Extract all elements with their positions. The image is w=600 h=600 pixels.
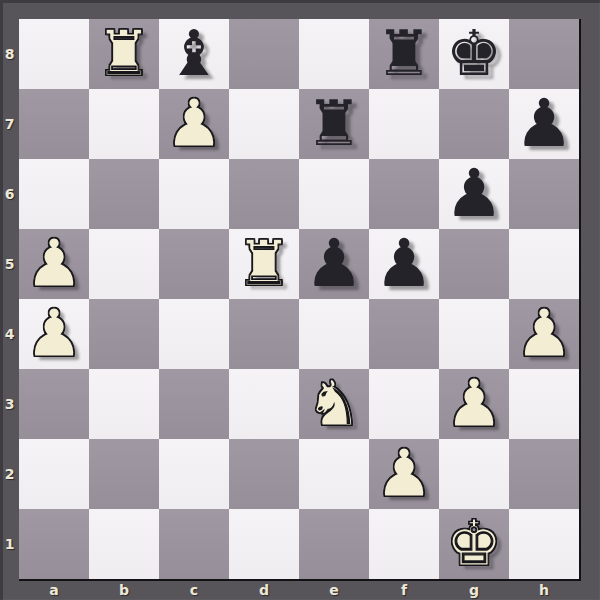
square-f3[interactable] bbox=[369, 369, 439, 439]
file-label-c: c bbox=[159, 579, 229, 600]
square-a6[interactable] bbox=[19, 159, 89, 229]
rank-label-4: 4 bbox=[0, 299, 19, 369]
file-label-a: a bbox=[19, 579, 89, 600]
square-h2[interactable] bbox=[509, 439, 579, 509]
square-a7[interactable] bbox=[19, 89, 89, 159]
square-b5[interactable] bbox=[89, 229, 159, 299]
square-a5[interactable]: ♟ bbox=[19, 229, 89, 299]
square-f4[interactable] bbox=[369, 299, 439, 369]
square-a8[interactable] bbox=[19, 19, 89, 89]
square-h7[interactable]: ♟ bbox=[509, 89, 579, 159]
file-label-f: f bbox=[369, 579, 439, 600]
square-c7[interactable]: ♟ bbox=[159, 89, 229, 159]
square-b3[interactable] bbox=[89, 369, 159, 439]
square-d8[interactable] bbox=[229, 19, 299, 89]
square-f1[interactable] bbox=[369, 509, 439, 579]
black-rook-f8[interactable]: ♜ bbox=[376, 19, 432, 89]
square-h8[interactable] bbox=[509, 19, 579, 89]
file-label-d: d bbox=[229, 579, 299, 600]
file-label-h: h bbox=[509, 579, 579, 600]
white-knight-e3[interactable]: ♞ bbox=[306, 369, 362, 439]
black-pawn-h7[interactable]: ♟ bbox=[514, 89, 573, 159]
square-c6[interactable] bbox=[159, 159, 229, 229]
white-pawn-h4[interactable]: ♟ bbox=[514, 299, 573, 369]
square-f6[interactable] bbox=[369, 159, 439, 229]
square-b2[interactable] bbox=[89, 439, 159, 509]
square-e1[interactable] bbox=[299, 509, 369, 579]
white-pawn-f2[interactable]: ♟ bbox=[374, 439, 433, 509]
square-f5[interactable]: ♟ bbox=[369, 229, 439, 299]
square-e6[interactable] bbox=[299, 159, 369, 229]
square-e5[interactable]: ♟ bbox=[299, 229, 369, 299]
white-pawn-a5[interactable]: ♟ bbox=[24, 229, 83, 299]
white-pawn-a4[interactable]: ♟ bbox=[24, 299, 83, 369]
rank-label-8: 8 bbox=[0, 19, 19, 89]
square-g4[interactable] bbox=[439, 299, 509, 369]
square-c1[interactable] bbox=[159, 509, 229, 579]
square-d4[interactable] bbox=[229, 299, 299, 369]
square-a1[interactable] bbox=[19, 509, 89, 579]
square-d6[interactable] bbox=[229, 159, 299, 229]
square-c2[interactable] bbox=[159, 439, 229, 509]
square-c3[interactable] bbox=[159, 369, 229, 439]
black-bishop-c8[interactable]: ♝ bbox=[166, 19, 222, 89]
rank-label-3: 3 bbox=[0, 369, 19, 439]
square-b8[interactable]: ♜ bbox=[89, 19, 159, 89]
square-g5[interactable] bbox=[439, 229, 509, 299]
rank-label-2: 2 bbox=[0, 439, 19, 509]
white-rook-d5[interactable]: ♜ bbox=[236, 229, 292, 299]
black-pawn-e5[interactable]: ♟ bbox=[304, 229, 363, 299]
square-a3[interactable] bbox=[19, 369, 89, 439]
square-g6[interactable]: ♟ bbox=[439, 159, 509, 229]
square-c5[interactable] bbox=[159, 229, 229, 299]
square-e4[interactable] bbox=[299, 299, 369, 369]
square-a4[interactable]: ♟ bbox=[19, 299, 89, 369]
square-f2[interactable]: ♟ bbox=[369, 439, 439, 509]
chess-board-frame: ♜♝♜♚♟♜♟♟♟♜♟♟♟♟♞♟♟♚ 87654321 abcdefgh bbox=[0, 0, 600, 600]
rank-label-1: 1 bbox=[0, 509, 19, 579]
square-a2[interactable] bbox=[19, 439, 89, 509]
black-rook-e7[interactable]: ♜ bbox=[306, 89, 362, 159]
square-g8[interactable]: ♚ bbox=[439, 19, 509, 89]
square-b6[interactable] bbox=[89, 159, 159, 229]
square-h5[interactable] bbox=[509, 229, 579, 299]
square-h1[interactable] bbox=[509, 509, 579, 579]
file-label-b: b bbox=[89, 579, 159, 600]
square-e7[interactable]: ♜ bbox=[299, 89, 369, 159]
rank-label-7: 7 bbox=[0, 89, 19, 159]
square-f7[interactable] bbox=[369, 89, 439, 159]
square-g3[interactable]: ♟ bbox=[439, 369, 509, 439]
square-g1[interactable]: ♚ bbox=[439, 509, 509, 579]
square-d2[interactable] bbox=[229, 439, 299, 509]
black-pawn-f5[interactable]: ♟ bbox=[374, 229, 433, 299]
square-e8[interactable] bbox=[299, 19, 369, 89]
chess-board: ♜♝♜♚♟♜♟♟♟♜♟♟♟♟♞♟♟♚ bbox=[19, 19, 581, 581]
square-b4[interactable] bbox=[89, 299, 159, 369]
file-label-g: g bbox=[439, 579, 509, 600]
rank-label-6: 6 bbox=[0, 159, 19, 229]
white-pawn-c7[interactable]: ♟ bbox=[164, 89, 223, 159]
square-d5[interactable]: ♜ bbox=[229, 229, 299, 299]
square-d1[interactable] bbox=[229, 509, 299, 579]
white-rook-b8[interactable]: ♜ bbox=[96, 19, 152, 89]
square-d3[interactable] bbox=[229, 369, 299, 439]
square-g7[interactable] bbox=[439, 89, 509, 159]
square-h4[interactable]: ♟ bbox=[509, 299, 579, 369]
square-f8[interactable]: ♜ bbox=[369, 19, 439, 89]
white-pawn-g3[interactable]: ♟ bbox=[444, 369, 503, 439]
square-e2[interactable] bbox=[299, 439, 369, 509]
black-pawn-g6[interactable]: ♟ bbox=[444, 159, 503, 229]
rank-label-5: 5 bbox=[0, 229, 19, 299]
square-d7[interactable] bbox=[229, 89, 299, 159]
square-e3[interactable]: ♞ bbox=[299, 369, 369, 439]
square-c8[interactable]: ♝ bbox=[159, 19, 229, 89]
square-h3[interactable] bbox=[509, 369, 579, 439]
white-king-g1[interactable]: ♚ bbox=[446, 509, 502, 579]
square-b1[interactable] bbox=[89, 509, 159, 579]
square-h6[interactable] bbox=[509, 159, 579, 229]
square-b7[interactable] bbox=[89, 89, 159, 159]
square-c4[interactable] bbox=[159, 299, 229, 369]
black-king-g8[interactable]: ♚ bbox=[446, 19, 502, 89]
file-label-e: e bbox=[299, 579, 369, 600]
square-g2[interactable] bbox=[439, 439, 509, 509]
